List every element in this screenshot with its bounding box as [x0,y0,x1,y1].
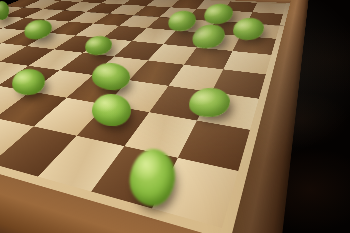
bean-piece-d6[interactable] [189,20,227,51]
bean-piece-e2[interactable] [91,93,131,126]
bean-piece-d3[interactable] [91,61,131,91]
bean-piece-f6[interactable] [231,16,265,42]
bean-piece-b5[interactable] [83,33,113,56]
bean-piece-a7[interactable] [0,1,9,20]
bean-piece-g3[interactable] [187,86,230,118]
bean-piece-a6[interactable] [22,16,54,42]
bean-piece-b2[interactable] [10,67,46,97]
board-photo-scene [0,0,350,233]
bean-pieces-layer [0,0,350,233]
bean-piece-b7[interactable] [166,8,198,34]
bean-piece-c8[interactable] [202,1,235,27]
bean-piece-g1[interactable] [127,146,178,207]
